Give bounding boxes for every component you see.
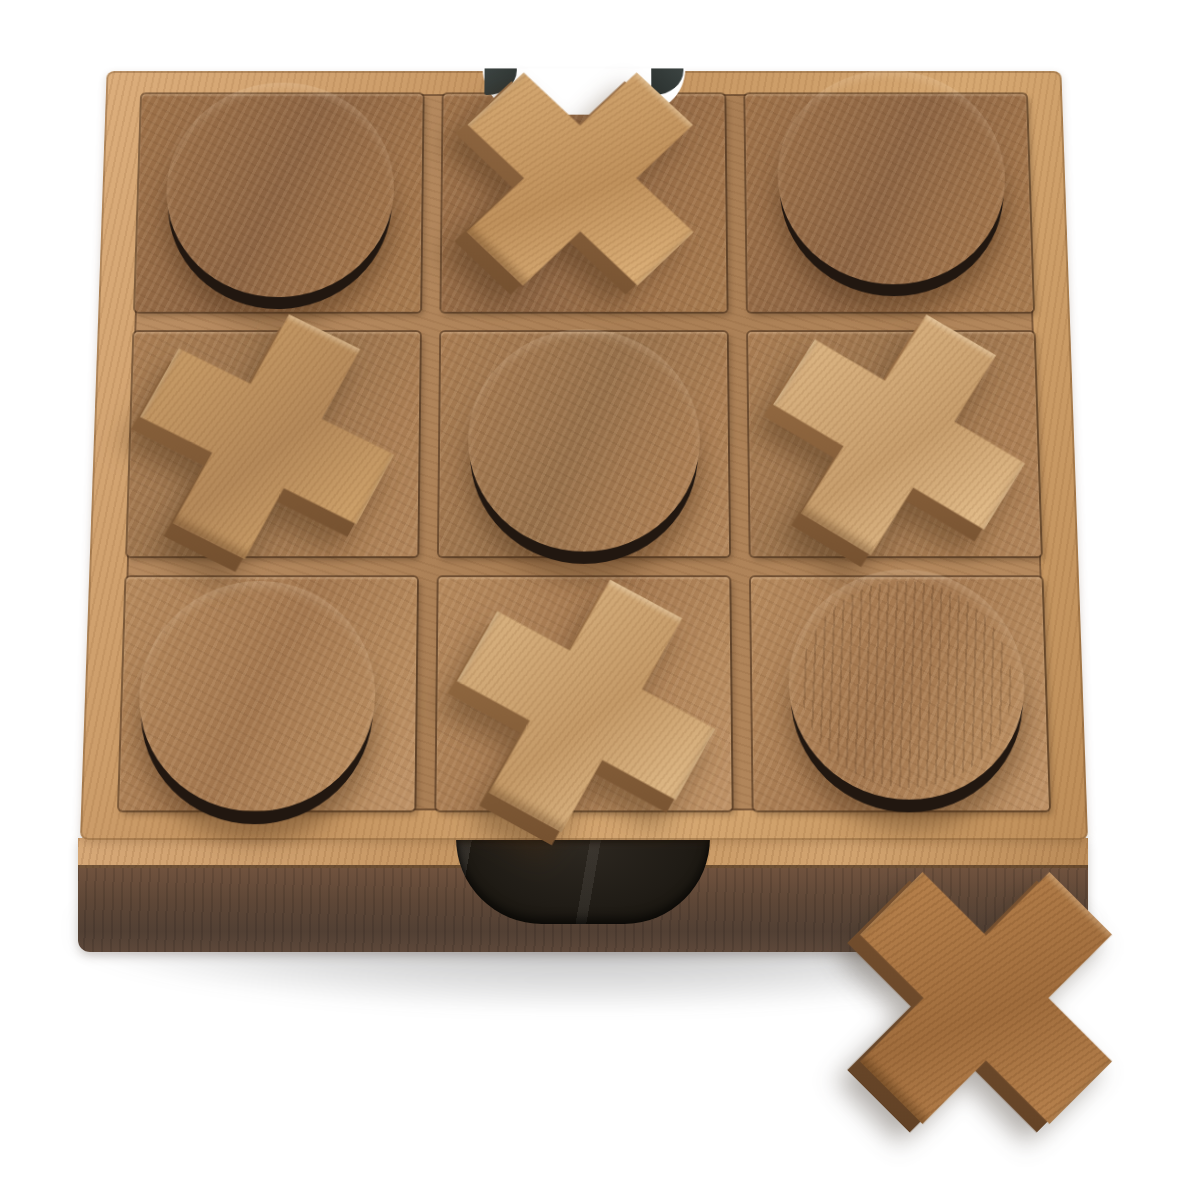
tic-tac-toe-board [80,71,1088,840]
board-cell-c1[interactable] [745,94,1033,311]
x-piece-face [731,274,1067,598]
x-piece[interactable] [410,20,750,341]
tray-finger-notch [456,838,710,924]
x-piece[interactable] [416,540,755,872]
board-cell-c2[interactable] [748,332,1041,557]
board-cell-a3[interactable] [119,577,417,810]
o-piece[interactable] [467,329,700,551]
board-cell-b3[interactable] [436,577,731,810]
x-piece[interactable] [101,279,433,595]
board-cell-b2[interactable] [439,332,729,557]
x-piece-face [410,20,750,341]
board-grid [119,94,1049,810]
x-piece[interactable] [731,274,1067,598]
board-cell-a2[interactable] [127,332,420,557]
product-photo [0,0,1181,1181]
o-piece[interactable] [163,83,395,297]
o-piece[interactable] [787,569,1028,799]
o-piece[interactable] [776,71,1008,285]
x-piece-face [416,540,755,872]
board-cell-b1[interactable] [441,94,726,311]
board-cell-a1[interactable] [135,94,423,311]
o-piece[interactable] [136,581,377,811]
board-cell-c3[interactable] [751,577,1049,810]
